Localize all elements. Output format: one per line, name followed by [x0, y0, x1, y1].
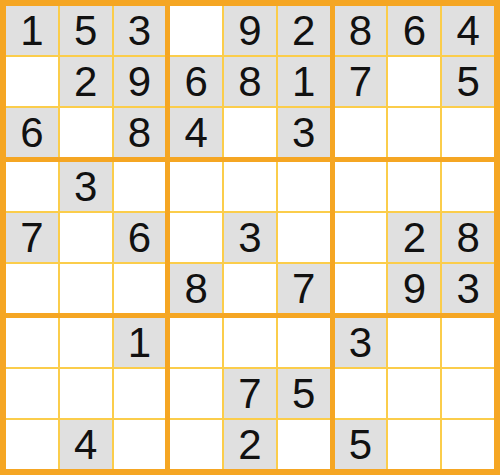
cell-r5c8: 2 [388, 213, 440, 262]
cell-r2c2: 2 [60, 57, 112, 106]
cell-r4c6[interactable] [278, 162, 330, 211]
cell-r4c2: 3 [60, 162, 112, 211]
sudoku-block-5: 387 [170, 162, 329, 313]
cell-r6c9: 3 [442, 264, 494, 313]
cell-r7c8[interactable] [388, 318, 440, 367]
cell-r7c4[interactable] [170, 318, 222, 367]
cell-r1c1: 1 [6, 6, 58, 55]
sudoku-block-9: 35 [335, 318, 494, 469]
cell-r2c8[interactable] [388, 57, 440, 106]
cell-r1c2: 5 [60, 6, 112, 55]
cell-r7c2[interactable] [60, 318, 112, 367]
cell-r5c9: 8 [442, 213, 494, 262]
cell-r1c7: 8 [335, 6, 387, 55]
cell-r4c3[interactable] [114, 162, 166, 211]
cell-r9c2: 4 [60, 420, 112, 469]
cell-r1c8: 6 [388, 6, 440, 55]
cell-r7c9[interactable] [442, 318, 494, 367]
cell-r5c5: 3 [224, 213, 276, 262]
sudoku-block-1: 1532968 [6, 6, 165, 157]
cell-r9c9[interactable] [442, 420, 494, 469]
cell-r9c8[interactable] [388, 420, 440, 469]
cell-r4c7[interactable] [335, 162, 387, 211]
cell-r3c6: 3 [278, 108, 330, 157]
cell-r1c6: 2 [278, 6, 330, 55]
cell-r7c5[interactable] [224, 318, 276, 367]
cell-r7c1[interactable] [6, 318, 58, 367]
cell-r3c4: 4 [170, 108, 222, 157]
cell-r8c7[interactable] [335, 369, 387, 418]
cell-r6c5[interactable] [224, 264, 276, 313]
sudoku-board: 153296892681438647537638728931475235 [0, 0, 500, 475]
cell-r2c5: 8 [224, 57, 276, 106]
cell-r8c2[interactable] [60, 369, 112, 418]
cell-r3c7[interactable] [335, 108, 387, 157]
cell-r9c7: 5 [335, 420, 387, 469]
cell-r7c7: 3 [335, 318, 387, 367]
cell-r1c4[interactable] [170, 6, 222, 55]
cell-r5c2[interactable] [60, 213, 112, 262]
cell-r6c2[interactable] [60, 264, 112, 313]
sudoku-block-4: 376 [6, 162, 165, 313]
cell-r8c8[interactable] [388, 369, 440, 418]
cell-r9c3[interactable] [114, 420, 166, 469]
cell-r2c3: 9 [114, 57, 166, 106]
cell-r8c4[interactable] [170, 369, 222, 418]
cell-r2c4: 6 [170, 57, 222, 106]
sudoku-block-3: 86475 [335, 6, 494, 157]
cell-r2c1[interactable] [6, 57, 58, 106]
cell-r6c7[interactable] [335, 264, 387, 313]
cell-r5c1: 7 [6, 213, 58, 262]
cell-r9c4[interactable] [170, 420, 222, 469]
cell-r9c5: 2 [224, 420, 276, 469]
cell-r7c6[interactable] [278, 318, 330, 367]
cell-r4c9[interactable] [442, 162, 494, 211]
cell-r6c6: 7 [278, 264, 330, 313]
sudoku-block-2: 9268143 [170, 6, 329, 157]
cell-r2c7: 7 [335, 57, 387, 106]
cell-r6c4: 8 [170, 264, 222, 313]
cell-r4c4[interactable] [170, 162, 222, 211]
cell-r2c6: 1 [278, 57, 330, 106]
cell-r8c6: 5 [278, 369, 330, 418]
cell-r6c1[interactable] [6, 264, 58, 313]
cell-r3c8[interactable] [388, 108, 440, 157]
cell-r1c5: 9 [224, 6, 276, 55]
cell-r5c6[interactable] [278, 213, 330, 262]
sudoku-block-7: 14 [6, 318, 165, 469]
cell-r4c5[interactable] [224, 162, 276, 211]
cell-r8c1[interactable] [6, 369, 58, 418]
cell-r8c9[interactable] [442, 369, 494, 418]
cell-r5c4[interactable] [170, 213, 222, 262]
cell-r6c3[interactable] [114, 264, 166, 313]
cell-r3c1: 6 [6, 108, 58, 157]
cell-r2c9: 5 [442, 57, 494, 106]
cell-r5c7[interactable] [335, 213, 387, 262]
cell-r9c6[interactable] [278, 420, 330, 469]
cell-r8c3[interactable] [114, 369, 166, 418]
cell-r5c3: 6 [114, 213, 166, 262]
cell-r3c3: 8 [114, 108, 166, 157]
cell-r4c8[interactable] [388, 162, 440, 211]
sudoku-block-8: 752 [170, 318, 329, 469]
cell-r8c5: 7 [224, 369, 276, 418]
cell-r3c9[interactable] [442, 108, 494, 157]
cell-r4c1[interactable] [6, 162, 58, 211]
cell-r9c1[interactable] [6, 420, 58, 469]
cell-r1c9: 4 [442, 6, 494, 55]
sudoku-block-6: 2893 [335, 162, 494, 313]
cell-r1c3: 3 [114, 6, 166, 55]
cell-r3c5[interactable] [224, 108, 276, 157]
cell-r3c2[interactable] [60, 108, 112, 157]
cell-r7c3: 1 [114, 318, 166, 367]
cell-r6c8: 9 [388, 264, 440, 313]
